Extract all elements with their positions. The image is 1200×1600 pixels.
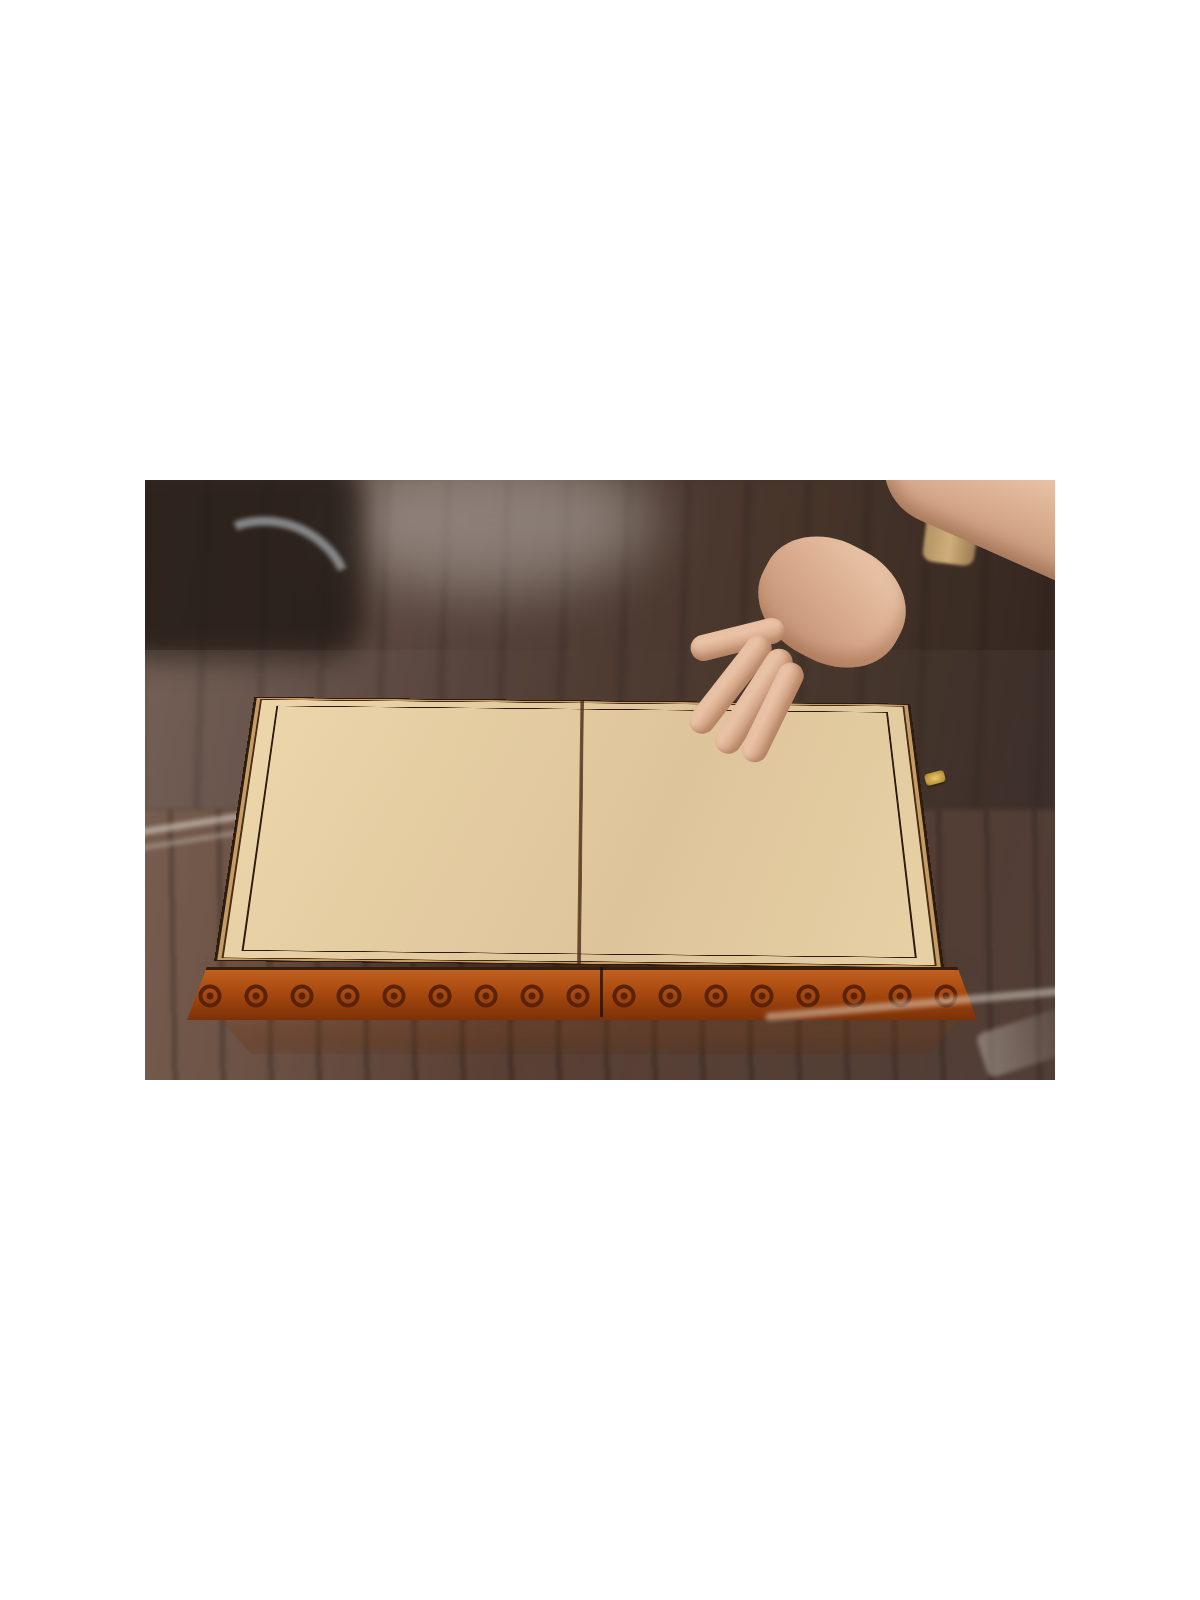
chess-photo <box>145 480 1055 1080</box>
page <box>0 0 1200 1600</box>
board-fold-hinge-line <box>577 701 584 964</box>
chessboard[interactable] <box>214 697 944 969</box>
board-grid <box>242 706 917 958</box>
board-front-split <box>600 967 603 1017</box>
top-white-margin <box>0 0 1200 480</box>
board-glass-reflection <box>205 1020 975 1054</box>
